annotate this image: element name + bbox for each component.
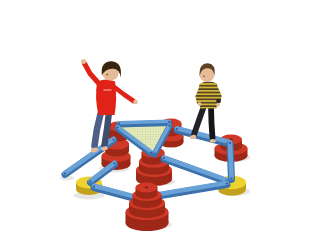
right-child-back-foot (210, 139, 216, 143)
beam-right-dome-to-yellow-right (229, 142, 233, 180)
photo-svg (40, 16, 288, 248)
beam-triangle-top (118, 121, 170, 125)
left-child-raised-hand (81, 59, 86, 64)
photo-canvas (40, 16, 288, 248)
right-child-eye (203, 76, 204, 77)
left-child-extended-hand (133, 100, 138, 105)
right-child-back-leg (211, 106, 213, 138)
product-photo: Two children balancing on a balance-cour… (40, 16, 288, 248)
right-child-wristband (216, 99, 221, 103)
right-child-torso (198, 82, 218, 109)
left-child-eye (107, 74, 109, 76)
right-child-right-hand (216, 103, 220, 107)
right-child-left-hand (198, 102, 202, 106)
